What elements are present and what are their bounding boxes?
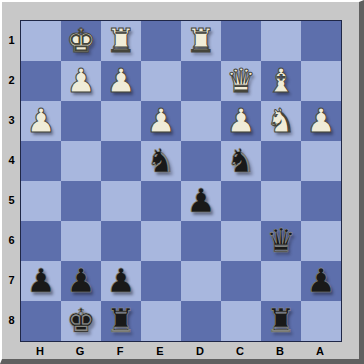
piece-black-rook[interactable]: ♜ — [106, 301, 136, 341]
piece-white-pawn[interactable]: ♟ — [66, 61, 96, 101]
rank-labels: 12345678 — [3, 20, 20, 342]
square-f8[interactable]: ♜ — [101, 301, 141, 341]
square-b8[interactable]: ♜ — [261, 301, 301, 341]
piece-black-pawn[interactable]: ♟ — [66, 261, 96, 301]
square-e3[interactable]: ♟ — [141, 101, 181, 141]
square-g3[interactable] — [61, 101, 101, 141]
piece-white-knight[interactable]: ♞ — [266, 101, 296, 141]
rank-label-4: 4 — [3, 140, 20, 180]
square-e6[interactable] — [141, 221, 181, 261]
file-label-g: G — [60, 343, 100, 361]
square-a6[interactable] — [301, 221, 341, 261]
square-f3[interactable] — [101, 101, 141, 141]
file-label-h: H — [20, 343, 60, 361]
square-a4[interactable] — [301, 141, 341, 181]
square-a7[interactable]: ♟ — [301, 261, 341, 301]
piece-black-knight[interactable]: ♞ — [226, 141, 256, 181]
chess-board: ♚♜♜♟♟♛♝♟♟♟♞♟♞♞♟♛♟♟♟♟♚♜♜ — [20, 20, 342, 342]
square-c4[interactable]: ♞ — [221, 141, 261, 181]
square-a1[interactable] — [301, 21, 341, 61]
piece-white-pawn[interactable]: ♟ — [306, 101, 336, 141]
square-g5[interactable] — [61, 181, 101, 221]
square-e4[interactable]: ♞ — [141, 141, 181, 181]
square-b4[interactable] — [261, 141, 301, 181]
square-c5[interactable] — [221, 181, 261, 221]
piece-white-queen[interactable]: ♛ — [226, 61, 256, 101]
piece-black-knight[interactable]: ♞ — [146, 141, 176, 181]
square-g6[interactable] — [61, 221, 101, 261]
file-label-f: F — [100, 343, 140, 361]
square-b5[interactable] — [261, 181, 301, 221]
square-b7[interactable] — [261, 261, 301, 301]
square-b2[interactable]: ♝ — [261, 61, 301, 101]
square-b6[interactable]: ♛ — [261, 221, 301, 261]
square-g2[interactable]: ♟ — [61, 61, 101, 101]
square-d5[interactable]: ♟ — [181, 181, 221, 221]
file-label-c: C — [220, 343, 260, 361]
piece-white-pawn[interactable]: ♟ — [26, 101, 56, 141]
square-h4[interactable] — [21, 141, 61, 181]
file-label-a: A — [300, 343, 340, 361]
rank-label-7: 7 — [3, 260, 20, 300]
square-e5[interactable] — [141, 181, 181, 221]
piece-black-rook[interactable]: ♜ — [266, 301, 296, 341]
square-c3[interactable]: ♟ — [221, 101, 261, 141]
square-h3[interactable]: ♟ — [21, 101, 61, 141]
square-b1[interactable] — [261, 21, 301, 61]
square-d4[interactable] — [181, 141, 221, 181]
square-e8[interactable] — [141, 301, 181, 341]
square-f4[interactable] — [101, 141, 141, 181]
square-h1[interactable] — [21, 21, 61, 61]
square-f5[interactable] — [101, 181, 141, 221]
piece-black-king[interactable]: ♚ — [66, 301, 96, 341]
square-e7[interactable] — [141, 261, 181, 301]
rank-label-8: 8 — [3, 300, 20, 340]
board-frame: 12345678 ♚♜♜♟♟♛♝♟♟♟♞♟♞♞♟♛♟♟♟♟♚♜♜ HGFEDCB… — [0, 0, 364, 364]
rank-label-3: 3 — [3, 100, 20, 140]
square-c8[interactable] — [221, 301, 261, 341]
square-c6[interactable] — [221, 221, 261, 261]
piece-black-queen[interactable]: ♛ — [266, 221, 296, 261]
piece-black-pawn[interactable]: ♟ — [106, 261, 136, 301]
file-labels: HGFEDCBA — [20, 343, 342, 361]
square-e1[interactable] — [141, 21, 181, 61]
piece-black-pawn[interactable]: ♟ — [26, 261, 56, 301]
square-c2[interactable]: ♛ — [221, 61, 261, 101]
piece-white-rook[interactable]: ♜ — [186, 21, 216, 61]
square-g7[interactable]: ♟ — [61, 261, 101, 301]
square-h2[interactable] — [21, 61, 61, 101]
square-a5[interactable] — [301, 181, 341, 221]
square-d6[interactable] — [181, 221, 221, 261]
square-d1[interactable]: ♜ — [181, 21, 221, 61]
square-b3[interactable]: ♞ — [261, 101, 301, 141]
square-d7[interactable] — [181, 261, 221, 301]
file-label-b: B — [260, 343, 300, 361]
square-g1[interactable]: ♚ — [61, 21, 101, 61]
rank-label-1: 1 — [3, 20, 20, 60]
square-a2[interactable] — [301, 61, 341, 101]
square-c7[interactable] — [221, 261, 261, 301]
square-a3[interactable]: ♟ — [301, 101, 341, 141]
piece-white-bishop[interactable]: ♝ — [266, 61, 296, 101]
rank-label-6: 6 — [3, 220, 20, 260]
square-f6[interactable] — [101, 221, 141, 261]
piece-white-pawn[interactable]: ♟ — [106, 61, 136, 101]
square-f1[interactable]: ♜ — [101, 21, 141, 61]
piece-black-pawn[interactable]: ♟ — [306, 261, 336, 301]
square-d3[interactable] — [181, 101, 221, 141]
square-g4[interactable] — [61, 141, 101, 181]
square-h8[interactable] — [21, 301, 61, 341]
square-f7[interactable]: ♟ — [101, 261, 141, 301]
square-h6[interactable] — [21, 221, 61, 261]
square-c1[interactable] — [221, 21, 261, 61]
file-label-e: E — [140, 343, 180, 361]
square-g8[interactable]: ♚ — [61, 301, 101, 341]
file-label-d: D — [180, 343, 220, 361]
rank-label-5: 5 — [3, 180, 20, 220]
square-a8[interactable] — [301, 301, 341, 341]
piece-black-pawn[interactable]: ♟ — [186, 181, 216, 221]
piece-white-rook[interactable]: ♜ — [106, 21, 136, 61]
square-h7[interactable]: ♟ — [21, 261, 61, 301]
square-e2[interactable] — [141, 61, 181, 101]
piece-white-pawn[interactable]: ♟ — [146, 101, 176, 141]
piece-white-pawn[interactable]: ♟ — [226, 101, 256, 141]
square-d2[interactable] — [181, 61, 221, 101]
square-d8[interactable] — [181, 301, 221, 341]
piece-white-king[interactable]: ♚ — [66, 21, 96, 61]
square-f2[interactable]: ♟ — [101, 61, 141, 101]
square-h5[interactable] — [21, 181, 61, 221]
rank-label-2: 2 — [3, 60, 20, 100]
